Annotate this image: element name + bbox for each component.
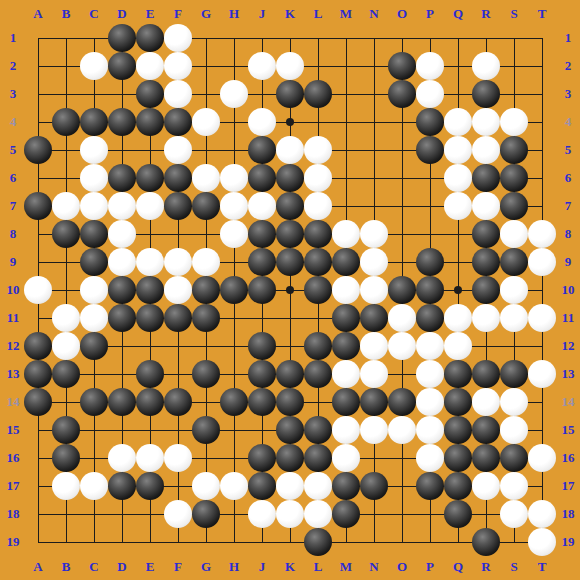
intersection-L5[interactable] [304, 136, 332, 164]
intersection-S3[interactable] [500, 80, 528, 108]
intersection-H7[interactable] [220, 192, 248, 220]
intersection-E6[interactable] [136, 164, 164, 192]
intersection-K4[interactable] [276, 108, 304, 136]
intersection-D6[interactable] [108, 164, 136, 192]
intersection-R17[interactable] [472, 472, 500, 500]
intersection-S18[interactable] [500, 500, 528, 528]
intersection-S19[interactable] [500, 528, 528, 556]
intersection-D7[interactable] [108, 192, 136, 220]
intersection-Q10[interactable] [444, 276, 472, 304]
intersection-O15[interactable] [388, 416, 416, 444]
intersection-K8[interactable] [276, 220, 304, 248]
intersection-N16[interactable] [360, 444, 388, 472]
intersection-R14[interactable] [472, 388, 500, 416]
intersection-R2[interactable] [472, 52, 500, 80]
intersection-F10[interactable] [164, 276, 192, 304]
intersection-L3[interactable] [304, 80, 332, 108]
intersection-T18[interactable] [528, 500, 556, 528]
intersection-J7[interactable] [248, 192, 276, 220]
intersection-J8[interactable] [248, 220, 276, 248]
intersection-A19[interactable] [24, 528, 52, 556]
intersection-S2[interactable] [500, 52, 528, 80]
intersection-J19[interactable] [248, 528, 276, 556]
intersection-N11[interactable] [360, 304, 388, 332]
intersection-J16[interactable] [248, 444, 276, 472]
intersection-A5[interactable] [24, 136, 52, 164]
intersection-S14[interactable] [500, 388, 528, 416]
intersection-N14[interactable] [360, 388, 388, 416]
intersection-R4[interactable] [472, 108, 500, 136]
intersection-L1[interactable] [304, 24, 332, 52]
intersection-C11[interactable] [80, 304, 108, 332]
intersection-D14[interactable] [108, 388, 136, 416]
intersection-P19[interactable] [416, 528, 444, 556]
intersection-C9[interactable] [80, 248, 108, 276]
intersection-O9[interactable] [388, 248, 416, 276]
intersection-S9[interactable] [500, 248, 528, 276]
intersection-A10[interactable] [24, 276, 52, 304]
intersection-K9[interactable] [276, 248, 304, 276]
intersection-F3[interactable] [164, 80, 192, 108]
intersection-H8[interactable] [220, 220, 248, 248]
intersection-F19[interactable] [164, 528, 192, 556]
intersection-E14[interactable] [136, 388, 164, 416]
intersection-E12[interactable] [136, 332, 164, 360]
intersection-G19[interactable] [192, 528, 220, 556]
intersection-T8[interactable] [528, 220, 556, 248]
intersection-Q7[interactable] [444, 192, 472, 220]
intersection-J14[interactable] [248, 388, 276, 416]
intersection-A7[interactable] [24, 192, 52, 220]
intersection-Q12[interactable] [444, 332, 472, 360]
intersection-L9[interactable] [304, 248, 332, 276]
intersection-A18[interactable] [24, 500, 52, 528]
intersection-D10[interactable] [108, 276, 136, 304]
intersection-J4[interactable] [248, 108, 276, 136]
intersection-M10[interactable] [332, 276, 360, 304]
intersection-P9[interactable] [416, 248, 444, 276]
intersection-S6[interactable] [500, 164, 528, 192]
intersection-G17[interactable] [192, 472, 220, 500]
intersection-D2[interactable] [108, 52, 136, 80]
intersection-J5[interactable] [248, 136, 276, 164]
intersection-N1[interactable] [360, 24, 388, 52]
intersection-B3[interactable] [52, 80, 80, 108]
intersection-N17[interactable] [360, 472, 388, 500]
intersection-D8[interactable] [108, 220, 136, 248]
intersection-F6[interactable] [164, 164, 192, 192]
intersection-B2[interactable] [52, 52, 80, 80]
intersection-R11[interactable] [472, 304, 500, 332]
intersection-A3[interactable] [24, 80, 52, 108]
intersection-L6[interactable] [304, 164, 332, 192]
intersection-A8[interactable] [24, 220, 52, 248]
intersection-D12[interactable] [108, 332, 136, 360]
intersection-E3[interactable] [136, 80, 164, 108]
intersection-S8[interactable] [500, 220, 528, 248]
intersection-A12[interactable] [24, 332, 52, 360]
intersection-T2[interactable] [528, 52, 556, 80]
intersection-T16[interactable] [528, 444, 556, 472]
intersection-T12[interactable] [528, 332, 556, 360]
intersection-Q11[interactable] [444, 304, 472, 332]
intersection-K13[interactable] [276, 360, 304, 388]
intersection-M7[interactable] [332, 192, 360, 220]
intersection-K18[interactable] [276, 500, 304, 528]
intersection-G5[interactable] [192, 136, 220, 164]
intersection-P13[interactable] [416, 360, 444, 388]
intersection-B15[interactable] [52, 416, 80, 444]
intersection-Q4[interactable] [444, 108, 472, 136]
intersection-H2[interactable] [220, 52, 248, 80]
intersection-G12[interactable] [192, 332, 220, 360]
intersection-S12[interactable] [500, 332, 528, 360]
intersection-J9[interactable] [248, 248, 276, 276]
intersection-G8[interactable] [192, 220, 220, 248]
intersection-E10[interactable] [136, 276, 164, 304]
intersection-R12[interactable] [472, 332, 500, 360]
intersection-P12[interactable] [416, 332, 444, 360]
intersection-H13[interactable] [220, 360, 248, 388]
intersection-O11[interactable] [388, 304, 416, 332]
intersection-O18[interactable] [388, 500, 416, 528]
intersection-Q15[interactable] [444, 416, 472, 444]
intersection-B9[interactable] [52, 248, 80, 276]
intersection-R9[interactable] [472, 248, 500, 276]
intersection-H5[interactable] [220, 136, 248, 164]
intersection-P4[interactable] [416, 108, 444, 136]
intersection-H6[interactable] [220, 164, 248, 192]
intersection-N10[interactable] [360, 276, 388, 304]
intersection-L4[interactable] [304, 108, 332, 136]
intersection-C15[interactable] [80, 416, 108, 444]
intersection-E11[interactable] [136, 304, 164, 332]
intersection-E15[interactable] [136, 416, 164, 444]
intersection-S13[interactable] [500, 360, 528, 388]
intersection-D13[interactable] [108, 360, 136, 388]
intersection-C18[interactable] [80, 500, 108, 528]
intersection-B4[interactable] [52, 108, 80, 136]
intersection-F5[interactable] [164, 136, 192, 164]
intersection-D15[interactable] [108, 416, 136, 444]
intersection-S11[interactable] [500, 304, 528, 332]
intersection-A9[interactable] [24, 248, 52, 276]
intersection-P1[interactable] [416, 24, 444, 52]
intersection-D19[interactable] [108, 528, 136, 556]
intersection-P3[interactable] [416, 80, 444, 108]
intersection-A11[interactable] [24, 304, 52, 332]
intersection-F11[interactable] [164, 304, 192, 332]
intersection-Q13[interactable] [444, 360, 472, 388]
intersection-G18[interactable] [192, 500, 220, 528]
intersection-F16[interactable] [164, 444, 192, 472]
intersection-O4[interactable] [388, 108, 416, 136]
intersection-L13[interactable] [304, 360, 332, 388]
intersection-E16[interactable] [136, 444, 164, 472]
intersection-C13[interactable] [80, 360, 108, 388]
intersection-S15[interactable] [500, 416, 528, 444]
intersection-T17[interactable] [528, 472, 556, 500]
intersection-F2[interactable] [164, 52, 192, 80]
intersection-H12[interactable] [220, 332, 248, 360]
intersection-S4[interactable] [500, 108, 528, 136]
intersection-B6[interactable] [52, 164, 80, 192]
intersection-O19[interactable] [388, 528, 416, 556]
intersection-J15[interactable] [248, 416, 276, 444]
intersection-M17[interactable] [332, 472, 360, 500]
intersection-H16[interactable] [220, 444, 248, 472]
intersection-R3[interactable] [472, 80, 500, 108]
intersection-C10[interactable] [80, 276, 108, 304]
intersection-K17[interactable] [276, 472, 304, 500]
intersection-G9[interactable] [192, 248, 220, 276]
intersection-N18[interactable] [360, 500, 388, 528]
intersection-R5[interactable] [472, 136, 500, 164]
intersection-C5[interactable] [80, 136, 108, 164]
intersection-M15[interactable] [332, 416, 360, 444]
intersection-D1[interactable] [108, 24, 136, 52]
intersection-D4[interactable] [108, 108, 136, 136]
intersection-M12[interactable] [332, 332, 360, 360]
intersection-B14[interactable] [52, 388, 80, 416]
intersection-J10[interactable] [248, 276, 276, 304]
intersection-Q8[interactable] [444, 220, 472, 248]
intersection-G7[interactable] [192, 192, 220, 220]
intersection-D9[interactable] [108, 248, 136, 276]
intersection-H19[interactable] [220, 528, 248, 556]
intersection-K7[interactable] [276, 192, 304, 220]
intersection-C14[interactable] [80, 388, 108, 416]
intersection-T4[interactable] [528, 108, 556, 136]
intersection-K11[interactable] [276, 304, 304, 332]
intersection-H10[interactable] [220, 276, 248, 304]
intersection-H9[interactable] [220, 248, 248, 276]
intersection-M6[interactable] [332, 164, 360, 192]
intersection-D5[interactable] [108, 136, 136, 164]
intersection-L18[interactable] [304, 500, 332, 528]
intersection-Q3[interactable] [444, 80, 472, 108]
intersection-G6[interactable] [192, 164, 220, 192]
intersection-H17[interactable] [220, 472, 248, 500]
intersection-J18[interactable] [248, 500, 276, 528]
intersection-R19[interactable] [472, 528, 500, 556]
intersection-L16[interactable] [304, 444, 332, 472]
intersection-C7[interactable] [80, 192, 108, 220]
intersection-N19[interactable] [360, 528, 388, 556]
intersection-M5[interactable] [332, 136, 360, 164]
intersection-P10[interactable] [416, 276, 444, 304]
intersection-S10[interactable] [500, 276, 528, 304]
intersection-T14[interactable] [528, 388, 556, 416]
intersection-M9[interactable] [332, 248, 360, 276]
intersection-B12[interactable] [52, 332, 80, 360]
intersection-O7[interactable] [388, 192, 416, 220]
intersection-C19[interactable] [80, 528, 108, 556]
intersection-T9[interactable] [528, 248, 556, 276]
intersection-G15[interactable] [192, 416, 220, 444]
intersection-N4[interactable] [360, 108, 388, 136]
intersection-H18[interactable] [220, 500, 248, 528]
intersection-A17[interactable] [24, 472, 52, 500]
intersection-J6[interactable] [248, 164, 276, 192]
intersection-L11[interactable] [304, 304, 332, 332]
intersection-E5[interactable] [136, 136, 164, 164]
intersection-J1[interactable] [248, 24, 276, 52]
intersection-G11[interactable] [192, 304, 220, 332]
intersection-A1[interactable] [24, 24, 52, 52]
intersection-B19[interactable] [52, 528, 80, 556]
intersection-A16[interactable] [24, 444, 52, 472]
intersection-F13[interactable] [164, 360, 192, 388]
intersection-D3[interactable] [108, 80, 136, 108]
intersection-O1[interactable] [388, 24, 416, 52]
intersection-S7[interactable] [500, 192, 528, 220]
intersection-D17[interactable] [108, 472, 136, 500]
intersection-N3[interactable] [360, 80, 388, 108]
intersection-S17[interactable] [500, 472, 528, 500]
intersection-A14[interactable] [24, 388, 52, 416]
intersection-H3[interactable] [220, 80, 248, 108]
intersection-T15[interactable] [528, 416, 556, 444]
intersection-K14[interactable] [276, 388, 304, 416]
intersection-Q1[interactable] [444, 24, 472, 52]
intersection-T3[interactable] [528, 80, 556, 108]
intersection-N6[interactable] [360, 164, 388, 192]
intersection-F17[interactable] [164, 472, 192, 500]
intersection-K3[interactable] [276, 80, 304, 108]
intersection-E2[interactable] [136, 52, 164, 80]
intersection-G13[interactable] [192, 360, 220, 388]
intersection-M3[interactable] [332, 80, 360, 108]
intersection-G1[interactable] [192, 24, 220, 52]
intersection-B1[interactable] [52, 24, 80, 52]
intersection-T10[interactable] [528, 276, 556, 304]
intersection-C12[interactable] [80, 332, 108, 360]
intersection-B16[interactable] [52, 444, 80, 472]
intersection-P7[interactable] [416, 192, 444, 220]
intersection-J3[interactable] [248, 80, 276, 108]
intersection-O2[interactable] [388, 52, 416, 80]
intersection-O5[interactable] [388, 136, 416, 164]
intersection-L17[interactable] [304, 472, 332, 500]
intersection-Q2[interactable] [444, 52, 472, 80]
intersection-N2[interactable] [360, 52, 388, 80]
intersection-H15[interactable] [220, 416, 248, 444]
intersection-P16[interactable] [416, 444, 444, 472]
intersection-F8[interactable] [164, 220, 192, 248]
intersection-O17[interactable] [388, 472, 416, 500]
intersection-M8[interactable] [332, 220, 360, 248]
intersection-D18[interactable] [108, 500, 136, 528]
intersection-F18[interactable] [164, 500, 192, 528]
intersection-P6[interactable] [416, 164, 444, 192]
intersection-Q14[interactable] [444, 388, 472, 416]
intersection-F12[interactable] [164, 332, 192, 360]
intersection-R15[interactable] [472, 416, 500, 444]
intersection-L14[interactable] [304, 388, 332, 416]
intersection-T5[interactable] [528, 136, 556, 164]
intersection-L15[interactable] [304, 416, 332, 444]
intersection-E4[interactable] [136, 108, 164, 136]
intersection-C6[interactable] [80, 164, 108, 192]
intersection-T1[interactable] [528, 24, 556, 52]
intersection-S1[interactable] [500, 24, 528, 52]
intersection-M11[interactable] [332, 304, 360, 332]
intersection-O16[interactable] [388, 444, 416, 472]
intersection-E13[interactable] [136, 360, 164, 388]
intersection-G4[interactable] [192, 108, 220, 136]
intersection-B13[interactable] [52, 360, 80, 388]
intersection-B11[interactable] [52, 304, 80, 332]
intersection-L19[interactable] [304, 528, 332, 556]
intersection-H14[interactable] [220, 388, 248, 416]
intersection-K1[interactable] [276, 24, 304, 52]
intersection-A15[interactable] [24, 416, 52, 444]
intersection-O8[interactable] [388, 220, 416, 248]
intersection-M13[interactable] [332, 360, 360, 388]
intersection-K2[interactable] [276, 52, 304, 80]
intersection-R13[interactable] [472, 360, 500, 388]
intersection-C1[interactable] [80, 24, 108, 52]
intersection-M19[interactable] [332, 528, 360, 556]
intersection-F1[interactable] [164, 24, 192, 52]
intersection-O3[interactable] [388, 80, 416, 108]
intersection-G16[interactable] [192, 444, 220, 472]
intersection-T13[interactable] [528, 360, 556, 388]
intersection-M18[interactable] [332, 500, 360, 528]
intersection-Q5[interactable] [444, 136, 472, 164]
intersection-L8[interactable] [304, 220, 332, 248]
intersection-B18[interactable] [52, 500, 80, 528]
intersection-N9[interactable] [360, 248, 388, 276]
intersection-C4[interactable] [80, 108, 108, 136]
intersection-Q16[interactable] [444, 444, 472, 472]
intersection-K6[interactable] [276, 164, 304, 192]
intersection-L12[interactable] [304, 332, 332, 360]
intersection-O6[interactable] [388, 164, 416, 192]
intersection-P15[interactable] [416, 416, 444, 444]
intersection-F7[interactable] [164, 192, 192, 220]
intersection-E1[interactable] [136, 24, 164, 52]
intersection-Q6[interactable] [444, 164, 472, 192]
intersection-P8[interactable] [416, 220, 444, 248]
intersection-P11[interactable] [416, 304, 444, 332]
intersection-N15[interactable] [360, 416, 388, 444]
intersection-K16[interactable] [276, 444, 304, 472]
intersection-C3[interactable] [80, 80, 108, 108]
intersection-J17[interactable] [248, 472, 276, 500]
intersection-C2[interactable] [80, 52, 108, 80]
intersection-K12[interactable] [276, 332, 304, 360]
intersection-N13[interactable] [360, 360, 388, 388]
intersection-P14[interactable] [416, 388, 444, 416]
intersection-O14[interactable] [388, 388, 416, 416]
intersection-N5[interactable] [360, 136, 388, 164]
intersection-L10[interactable] [304, 276, 332, 304]
intersection-R8[interactable] [472, 220, 500, 248]
intersection-C8[interactable] [80, 220, 108, 248]
intersection-F4[interactable] [164, 108, 192, 136]
intersection-E17[interactable] [136, 472, 164, 500]
intersection-B7[interactable] [52, 192, 80, 220]
intersection-F9[interactable] [164, 248, 192, 276]
intersection-H1[interactable] [220, 24, 248, 52]
intersection-N8[interactable] [360, 220, 388, 248]
intersection-K5[interactable] [276, 136, 304, 164]
intersection-D11[interactable] [108, 304, 136, 332]
intersection-S16[interactable] [500, 444, 528, 472]
intersection-T7[interactable] [528, 192, 556, 220]
